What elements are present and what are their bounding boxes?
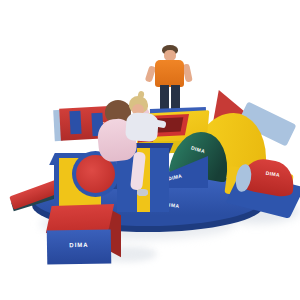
brand-label-green-tunnel: DIMA [190, 146, 205, 155]
front-box-blue-face: DIMA [47, 229, 112, 264]
wall-blue-post-left [69, 111, 81, 135]
girl-pink-shoe [137, 189, 148, 196]
product-photo: DIMA DIMA DIMA DIMA DIMA DIMA [0, 0, 300, 300]
brand-label-red-cylinder: DIMA [265, 171, 280, 178]
brand-label-front-box: DIMA [47, 241, 111, 248]
girl-blonde-body [125, 112, 159, 142]
boy-orange-shirt [155, 60, 184, 87]
brand-label-blue-wedge: DIMA [168, 173, 183, 181]
